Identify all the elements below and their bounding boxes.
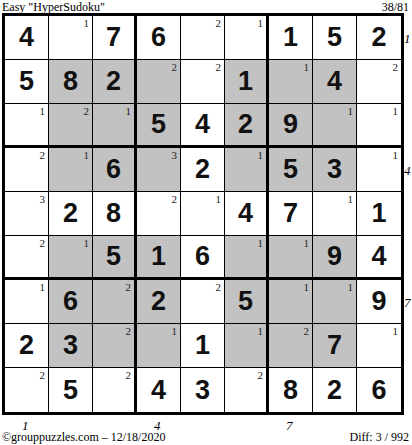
cell-r2c7[interactable]: 1 [269, 60, 313, 104]
cell-value: 9 [283, 111, 298, 138]
pencil-mark: 2 [40, 237, 46, 249]
cell-r7c3[interactable]: 2 [93, 280, 137, 324]
cell-r4c6[interactable]: 1 [225, 148, 269, 192]
pencil-mark: 3 [40, 193, 46, 205]
cell-value: 8 [283, 377, 298, 404]
cell-r3c5[interactable]: 4 [181, 104, 225, 148]
cell-r3c8[interactable]: 1 [313, 104, 357, 148]
cell-r3c7[interactable]: 9 [269, 104, 313, 148]
cell-value: 8 [63, 68, 78, 95]
pencil-mark: 2 [126, 325, 132, 337]
row-label-7: 7 [404, 296, 411, 309]
cell-value: 1 [151, 243, 166, 270]
footer-copyright: ©grouppuzzles.com – 12/18/2020 [2, 430, 165, 445]
pencil-mark: 1 [258, 325, 264, 337]
cell-r5c5[interactable]: 1 [181, 192, 225, 236]
cell-r4c7[interactable]: 5 [269, 148, 313, 192]
cell-value: 5 [63, 377, 78, 404]
cell-r7c9[interactable]: 9 [357, 280, 401, 324]
pencil-mark: 1 [304, 237, 310, 249]
pencil-mark: 1 [348, 281, 354, 293]
cell-r6c4[interactable]: 1 [137, 236, 181, 280]
cell-value: 2 [195, 156, 210, 183]
cell-r3c4[interactable]: 5 [137, 104, 181, 148]
cell-r5c2[interactable]: 2 [49, 192, 93, 236]
cell-value: 3 [63, 332, 78, 359]
cell-value: 6 [371, 377, 386, 404]
cell-value: 1 [371, 200, 386, 227]
cell-value: 6 [151, 24, 166, 51]
cell-r1c7[interactable]: 1 [269, 16, 313, 60]
cell-value: 4 [195, 111, 210, 138]
cell-r7c5[interactable]: 2 [181, 280, 225, 324]
cell-r5c3[interactable]: 8 [93, 192, 137, 236]
cell-r9c4[interactable]: 4 [137, 368, 181, 412]
pencil-mark: 1 [126, 105, 132, 117]
cell-r4c3[interactable]: 6 [93, 148, 137, 192]
cell-value: 7 [106, 24, 121, 51]
cell-value: 6 [195, 243, 210, 270]
cell-value: 1 [238, 68, 253, 95]
cell-r2c8[interactable]: 4 [313, 60, 357, 104]
cell-r7c8[interactable]: 1 [313, 280, 357, 324]
cell-r1c1[interactable]: 4 [5, 16, 49, 60]
cell-r5c9[interactable]: 1 [357, 192, 401, 236]
pencil-mark: 1 [216, 193, 222, 205]
cell-r1c5[interactable]: 2 [181, 16, 225, 60]
cell-value: 5 [106, 243, 121, 270]
cell-r1c8[interactable]: 5 [313, 16, 357, 60]
cell-r7c6[interactable]: 5 [225, 280, 269, 324]
cell-r6c7[interactable]: 1 [269, 236, 313, 280]
col-label-7: 7 [286, 419, 293, 432]
cell-value: 2 [327, 377, 342, 404]
pencil-mark: 2 [172, 193, 178, 205]
pencil-mark: 2 [126, 369, 132, 381]
pencil-mark: 2 [40, 369, 46, 381]
pencil-mark: 1 [172, 325, 178, 337]
cell-value: 4 [19, 24, 34, 51]
cell-r1c9[interactable]: 2 [357, 16, 401, 60]
cell-value: 6 [106, 156, 121, 183]
cell-value: 5 [327, 24, 342, 51]
cell-value: 9 [327, 243, 342, 270]
pencil-mark: 1 [304, 61, 310, 73]
cell-r5c4[interactable]: 2 [137, 192, 181, 236]
cell-value: 7 [327, 332, 342, 359]
cell-r6c2[interactable]: 1 [49, 236, 93, 280]
cell-r8c7[interactable]: 2 [269, 324, 313, 368]
pencil-mark: 2 [304, 325, 310, 337]
cell-r1c6[interactable]: 1 [225, 16, 269, 60]
cell-r8c2[interactable]: 3 [49, 324, 93, 368]
row-label-1: 1 [404, 32, 411, 45]
pencil-mark: 3 [172, 149, 178, 161]
cell-r4c2[interactable]: 1 [49, 148, 93, 192]
cell-r5c8[interactable]: 1 [313, 192, 357, 236]
cell-r1c3[interactable]: 7 [93, 16, 137, 60]
cell-value: 5 [151, 111, 166, 138]
pencil-mark: 1 [40, 281, 46, 293]
cell-r2c1[interactable]: 5 [5, 60, 49, 104]
cell-value: 2 [19, 332, 34, 359]
pencil-mark: 2 [216, 17, 222, 29]
cell-value: 2 [63, 200, 78, 227]
cell-r8c1[interactable]: 2 [5, 324, 49, 368]
cell-r4c9[interactable]: 1 [357, 148, 401, 192]
cell-r8c9[interactable]: 1 [357, 324, 401, 368]
pencil-mark: 2 [216, 281, 222, 293]
cell-r6c8[interactable]: 9 [313, 236, 357, 280]
cell-value: 4 [238, 200, 253, 227]
pencil-mark: 1 [348, 105, 354, 117]
pencil-mark: 1 [258, 17, 264, 29]
cell-r8c6[interactable]: 1 [225, 324, 269, 368]
cell-value: 4 [327, 68, 342, 95]
pencil-mark: 2 [84, 105, 90, 117]
pencil-mark: 1 [84, 149, 90, 161]
cell-r8c3[interactable]: 2 [93, 324, 137, 368]
cell-value: 7 [283, 200, 298, 227]
cell-r6c3[interactable]: 5 [93, 236, 137, 280]
cell-r1c2[interactable]: 1 [49, 16, 93, 60]
cell-value: 4 [371, 243, 386, 270]
cell-r2c9[interactable]: 2 [357, 60, 401, 104]
pencil-mark: 1 [258, 149, 264, 161]
cell-r5c1[interactable]: 3 [5, 192, 49, 236]
cell-r2c6[interactable]: 1 [225, 60, 269, 104]
cell-r1c4[interactable]: 6 [137, 16, 181, 60]
cell-value: 6 [63, 288, 78, 315]
cell-r6c6[interactable]: 1 [225, 236, 269, 280]
cell-r9c5[interactable]: 3 [181, 368, 225, 412]
pencil-mark: 2 [216, 61, 222, 73]
cell-r2c4[interactable]: 2 [137, 60, 181, 104]
pencil-mark: 2 [172, 61, 178, 73]
cell-r9c6[interactable]: 2 [225, 368, 269, 412]
sudoku-grid: 4176211525822211421215429112163215313282… [2, 13, 404, 415]
pencil-mark: 2 [393, 61, 399, 73]
pencil-mark: 1 [393, 105, 399, 117]
pencil-mark: 1 [393, 149, 399, 161]
cell-r5c7[interactable]: 7 [269, 192, 313, 236]
cell-r2c5[interactable]: 2 [181, 60, 225, 104]
cell-r9c2[interactable]: 5 [49, 368, 93, 412]
cell-r8c4[interactable]: 1 [137, 324, 181, 368]
cell-r9c7[interactable]: 8 [269, 368, 313, 412]
cell-value: 8 [106, 200, 121, 227]
cell-r3c1[interactable]: 1 [5, 104, 49, 148]
row-label-4: 4 [404, 164, 411, 177]
cell-r9c9[interactable]: 6 [357, 368, 401, 412]
cell-r7c2[interactable]: 6 [49, 280, 93, 324]
cell-r9c1[interactable]: 2 [5, 368, 49, 412]
cell-r2c3[interactable]: 2 [93, 60, 137, 104]
cell-r6c1[interactable]: 2 [5, 236, 49, 280]
cell-value: 1 [283, 24, 298, 51]
pencil-mark: 1 [258, 237, 264, 249]
cell-r7c4[interactable]: 2 [137, 280, 181, 324]
cell-value: 1 [195, 332, 210, 359]
cell-value: 5 [283, 156, 298, 183]
pencil-mark: 1 [40, 105, 46, 117]
pencil-mark: 2 [40, 149, 46, 161]
cell-value: 2 [371, 24, 386, 51]
cell-r5c6[interactable]: 4 [225, 192, 269, 236]
pencil-mark: 1 [304, 281, 310, 293]
cell-r3c3[interactable]: 1 [93, 104, 137, 148]
cell-value: 2 [106, 68, 121, 95]
cell-r8c5[interactable]: 1 [181, 324, 225, 368]
cell-r9c3[interactable]: 2 [93, 368, 137, 412]
cell-value: 5 [238, 288, 253, 315]
cell-r6c5[interactable]: 6 [181, 236, 225, 280]
cell-r3c9[interactable]: 1 [357, 104, 401, 148]
cell-value: 2 [238, 111, 253, 138]
pencil-mark: 1 [393, 325, 399, 337]
cell-r6c9[interactable]: 4 [357, 236, 401, 280]
cell-value: 9 [371, 288, 386, 315]
cell-value: 5 [19, 68, 34, 95]
cell-r7c7[interactable]: 1 [269, 280, 313, 324]
cell-value: 4 [151, 377, 166, 404]
pencil-mark: 2 [126, 281, 132, 293]
pencil-mark: 1 [84, 17, 90, 29]
hypersudoku-page: { "game": "hypersudoku", "header": { "ti… [0, 0, 412, 445]
cell-r4c1[interactable]: 2 [5, 148, 49, 192]
cell-value: 2 [151, 288, 166, 315]
cell-r4c5[interactable]: 2 [181, 148, 225, 192]
pencil-mark: 2 [258, 369, 264, 381]
cell-r4c8[interactable]: 3 [313, 148, 357, 192]
cell-r8c8[interactable]: 7 [313, 324, 357, 368]
cell-r7c1[interactable]: 1 [5, 280, 49, 324]
cell-r3c2[interactable]: 2 [49, 104, 93, 148]
cell-r4c4[interactable]: 3 [137, 148, 181, 192]
cell-r2c2[interactable]: 8 [49, 60, 93, 104]
footer-difficulty: Diff: 3 / 992 [350, 430, 409, 445]
cell-value: 3 [327, 156, 342, 183]
cell-r3c6[interactable]: 2 [225, 104, 269, 148]
cell-value: 3 [195, 377, 210, 404]
pencil-mark: 1 [84, 237, 90, 249]
cell-r9c8[interactable]: 2 [313, 368, 357, 412]
pencil-mark: 1 [348, 193, 354, 205]
